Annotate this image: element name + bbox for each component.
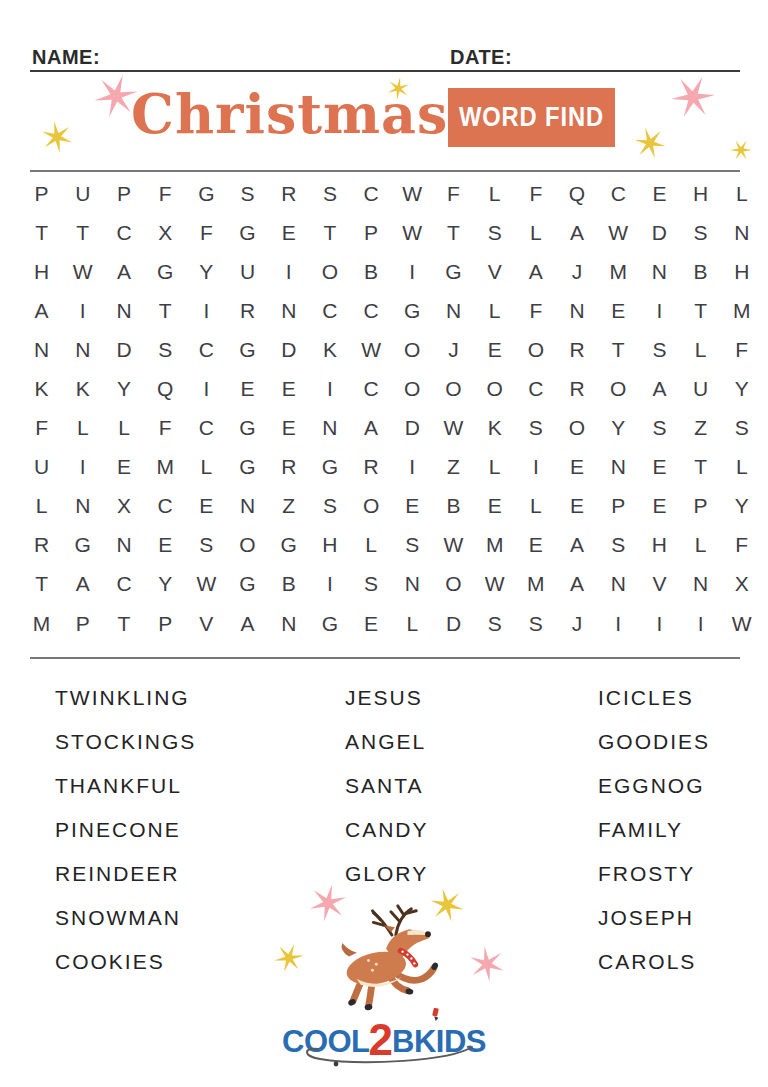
grid-cell[interactable]: L [474, 174, 515, 213]
grid-cell[interactable]: P [680, 487, 721, 526]
grid-cell[interactable]: Y [598, 409, 639, 448]
grid-cell[interactable]: A [351, 409, 392, 448]
grid-cell[interactable]: S [392, 526, 433, 565]
grid-cell[interactable]: I [639, 604, 680, 643]
grid-cell[interactable]: C [515, 369, 556, 408]
grid-cell[interactable]: O [351, 487, 392, 526]
grid-cell[interactable]: L [680, 526, 721, 565]
word-item: REINDEER [55, 852, 196, 896]
grid-cell[interactable]: S [598, 526, 639, 565]
grid-cell[interactable]: P [145, 604, 186, 643]
grid-cell[interactable]: D [103, 330, 144, 369]
grid-cell[interactable]: T [21, 565, 62, 604]
grid-cell[interactable]: L [721, 174, 762, 213]
word-item: CANDY [345, 808, 429, 852]
word-item: ANGEL [345, 720, 429, 764]
grid-cell[interactable]: M [474, 526, 515, 565]
name-date-writing-line [30, 70, 740, 72]
date-label: DATE: [450, 46, 512, 69]
word-find-badge-label: WORD FIND [459, 102, 604, 133]
grid-top-border [30, 170, 740, 172]
grid-cell[interactable]: L [515, 213, 556, 252]
grid-cell[interactable]: S [721, 409, 762, 448]
grid-cell[interactable]: D [639, 213, 680, 252]
grid-cell[interactable]: T [62, 213, 103, 252]
word-item: STOCKINGS [55, 720, 196, 764]
grid-cell[interactable]: H [721, 252, 762, 291]
grid-cell[interactable]: J [433, 330, 474, 369]
grid-cell[interactable]: A [639, 369, 680, 408]
grid-cell[interactable]: F [145, 174, 186, 213]
word-item: JOSEPH [598, 896, 710, 940]
grid-cell[interactable]: T [680, 448, 721, 487]
grid-cell[interactable]: S [309, 174, 350, 213]
grid-cell[interactable]: D [392, 409, 433, 448]
grid-cell[interactable]: S [351, 565, 392, 604]
grid-cell[interactable]: G [433, 252, 474, 291]
grid-cell[interactable]: C [309, 291, 350, 330]
grid-cell[interactable]: L [680, 330, 721, 369]
grid-cell[interactable]: M [515, 565, 556, 604]
grid-cell[interactable]: W [186, 565, 227, 604]
word-item: GOODIES [598, 720, 710, 764]
grid-cell[interactable]: P [351, 213, 392, 252]
grid-cell[interactable]: A [62, 565, 103, 604]
grid-cell[interactable]: I [268, 252, 309, 291]
grid-cell[interactable]: C [103, 565, 144, 604]
grid-cell[interactable]: F [21, 409, 62, 448]
grid-cell[interactable]: N [392, 565, 433, 604]
grid-cell[interactable]: S [474, 604, 515, 643]
grid-cell[interactable]: V [186, 604, 227, 643]
grid-cell[interactable]: I [639, 291, 680, 330]
grid-cell[interactable]: A [103, 252, 144, 291]
grid-cell[interactable]: M [598, 252, 639, 291]
grid-cell[interactable]: E [639, 174, 680, 213]
grid-cell[interactable]: N [62, 330, 103, 369]
grid-cell[interactable]: U [227, 252, 268, 291]
grid-cell[interactable]: O [392, 330, 433, 369]
grid-cell[interactable]: I [309, 565, 350, 604]
grid-cell[interactable]: I [680, 604, 721, 643]
grid-cell[interactable]: L [474, 448, 515, 487]
grid-cell[interactable]: O [309, 252, 350, 291]
grid-cell[interactable]: V [639, 565, 680, 604]
grid-cell[interactable]: E [268, 409, 309, 448]
reindeer-tail [342, 943, 357, 957]
grid-cell[interactable]: Y [721, 369, 762, 408]
sparkle-star-icon [730, 139, 752, 161]
reindeer-illustration [328, 902, 448, 1014]
grid-cell[interactable]: H [309, 526, 350, 565]
grid-cell[interactable]: C [351, 291, 392, 330]
word-item: SNOWMAN [55, 896, 196, 940]
grid-cell[interactable]: X [721, 565, 762, 604]
word-item: COOKIES [55, 940, 196, 984]
grid-cell[interactable]: B [351, 252, 392, 291]
grid-cell[interactable]: E [268, 213, 309, 252]
grid-cell[interactable]: N [21, 330, 62, 369]
word-item: ICICLES [598, 676, 710, 720]
grid-cell[interactable]: G [227, 448, 268, 487]
grid-cell[interactable]: A [227, 604, 268, 643]
grid-cell[interactable]: B [680, 252, 721, 291]
grid-cell[interactable]: M [721, 291, 762, 330]
grid-cell[interactable]: Y [721, 487, 762, 526]
grid-cell[interactable]: I [598, 604, 639, 643]
word-find-badge: WORD FIND [448, 88, 615, 147]
grid-cell[interactable]: A [556, 565, 597, 604]
grid-cell[interactable]: C [351, 174, 392, 213]
grid-cell[interactable]: F [515, 291, 556, 330]
grid-cell[interactable]: K [474, 409, 515, 448]
grid-cell[interactable]: Q [145, 369, 186, 408]
grid-cell[interactable]: G [227, 409, 268, 448]
grid-cell[interactable]: I [186, 369, 227, 408]
grid-cell[interactable]: N [62, 487, 103, 526]
grid-cell[interactable]: W [392, 213, 433, 252]
grid-cell[interactable]: Y [186, 252, 227, 291]
grid-cell[interactable]: E [227, 369, 268, 408]
grid-cell[interactable]: S [515, 409, 556, 448]
grid-cell[interactable]: R [351, 448, 392, 487]
grid-cell[interactable]: W [598, 213, 639, 252]
grid-cell[interactable]: N [103, 526, 144, 565]
grid-cell[interactable]: E [268, 369, 309, 408]
grid-cell[interactable]: I [309, 369, 350, 408]
word-list-column-2: JESUSANGELSANTACANDYGLORY [345, 676, 429, 896]
word-item: GLORY [345, 852, 429, 896]
word-item: FROSTY [598, 852, 710, 896]
grid-cell[interactable]: S [227, 174, 268, 213]
grid-cell[interactable]: E [639, 487, 680, 526]
word-item: JESUS [345, 676, 429, 720]
grid-cell[interactable]: H [680, 174, 721, 213]
grid-cell[interactable]: C [598, 174, 639, 213]
grid-cell[interactable]: G [145, 252, 186, 291]
grid-cell[interactable]: O [433, 565, 474, 604]
grid-cell[interactable]: N [227, 487, 268, 526]
grid-cell[interactable]: O [392, 369, 433, 408]
grid-cell[interactable]: E [474, 487, 515, 526]
grid-cell[interactable]: W [433, 526, 474, 565]
grid-cell[interactable]: W [474, 565, 515, 604]
grid-cell[interactable]: N [680, 565, 721, 604]
word-item: SANTA [345, 764, 429, 808]
word-item: THANKFUL [55, 764, 196, 808]
grid-cell[interactable]: K [62, 369, 103, 408]
grid-cell[interactable]: M [21, 604, 62, 643]
grid-cell[interactable]: I [392, 252, 433, 291]
grid-cell[interactable]: G [268, 526, 309, 565]
grid-cell[interactable]: O [598, 369, 639, 408]
grid-cell[interactable]: G [62, 526, 103, 565]
grid-cell[interactable]: N [556, 291, 597, 330]
sparkle-star-icon [387, 77, 410, 100]
grid-cell[interactable]: T [680, 291, 721, 330]
grid-cell[interactable]: S [145, 330, 186, 369]
grid-cell[interactable]: T [103, 604, 144, 643]
grid-cell[interactable]: L [103, 409, 144, 448]
grid-cell[interactable]: C [186, 330, 227, 369]
word-item: EGGNOG [598, 764, 710, 808]
grid-cell[interactable]: S [186, 526, 227, 565]
grid-cell[interactable]: J [556, 252, 597, 291]
grid-cell[interactable]: C [103, 213, 144, 252]
grid-cell[interactable]: T [145, 291, 186, 330]
grid-cell[interactable]: G [227, 213, 268, 252]
grid-cell[interactable]: S [680, 213, 721, 252]
grid-cell[interactable]: L [186, 448, 227, 487]
grid-cell[interactable]: U [680, 369, 721, 408]
grid-cell[interactable]: F [186, 213, 227, 252]
grid-cell[interactable]: F [721, 526, 762, 565]
sparkle-star-icon [469, 946, 505, 982]
grid-cell[interactable]: N [598, 565, 639, 604]
grid-cell[interactable]: R [268, 448, 309, 487]
grid-cell[interactable]: T [433, 213, 474, 252]
grid-cell[interactable]: O [227, 526, 268, 565]
grid-cell[interactable]: P [598, 487, 639, 526]
grid-cell[interactable]: S [515, 604, 556, 643]
grid-cell[interactable]: A [21, 291, 62, 330]
grid-cell[interactable]: D [268, 330, 309, 369]
grid-cell[interactable]: I [62, 448, 103, 487]
worksheet-page: NAME: DATE: Christmas WORD FIND PUPFGSRS… [0, 0, 768, 1087]
grid-cell[interactable]: L [474, 291, 515, 330]
grid-cell[interactable]: E [639, 448, 680, 487]
grid-cell[interactable]: N [433, 291, 474, 330]
grid-cell[interactable]: A [556, 526, 597, 565]
sparkle-star-icon [41, 121, 73, 153]
grid-cell[interactable]: F [145, 409, 186, 448]
grid-cell[interactable]: N [309, 409, 350, 448]
grid-cell[interactable]: V [474, 252, 515, 291]
logo-pencil-icon [429, 1008, 441, 1022]
grid-cell[interactable]: X [103, 487, 144, 526]
grid-cell[interactable]: M [145, 448, 186, 487]
grid-cell[interactable]: H [21, 252, 62, 291]
word-list-column-1: TWINKLINGSTOCKINGSTHANKFULPINECONEREINDE… [55, 676, 196, 984]
word-list-column-3: ICICLESGOODIESEGGNOGFAMILYFROSTYJOSEPHCA… [598, 676, 710, 984]
grid-cell[interactable]: R [556, 369, 597, 408]
grid-cell[interactable]: L [515, 487, 556, 526]
grid-cell[interactable]: Y [103, 369, 144, 408]
logo-swoosh-underline [292, 1044, 478, 1068]
grid-cell[interactable]: R [227, 291, 268, 330]
word-grid: PUPFGSRSCWFLFQCEHLTTCXFGETPWTSLAWDSNHWAG… [21, 174, 762, 643]
grid-cell[interactable]: N [103, 291, 144, 330]
grid-cell[interactable]: G [392, 291, 433, 330]
grid-cell[interactable]: S [639, 330, 680, 369]
grid-cell[interactable]: E [392, 487, 433, 526]
grid-cell[interactable]: L [351, 526, 392, 565]
grid-cell[interactable]: O [515, 330, 556, 369]
grid-cell[interactable]: R [268, 174, 309, 213]
grid-cell[interactable]: A [556, 213, 597, 252]
grid-cell[interactable]: K [21, 369, 62, 408]
grid-cell[interactable]: H [639, 526, 680, 565]
grid-cell[interactable]: T [598, 330, 639, 369]
sparkle-star-icon [634, 127, 666, 159]
grid-cell[interactable]: T [309, 213, 350, 252]
grid-cell[interactable]: J [556, 604, 597, 643]
grid-cell[interactable]: G [309, 448, 350, 487]
grid-cell[interactable]: C [186, 409, 227, 448]
grid-cell[interactable]: S [474, 213, 515, 252]
grid-cell[interactable]: C [351, 369, 392, 408]
grid-cell[interactable]: B [268, 565, 309, 604]
grid-cell[interactable]: R [21, 526, 62, 565]
grid-cell[interactable]: G [227, 565, 268, 604]
grid-cell[interactable]: Q [556, 174, 597, 213]
grid-cell[interactable]: K [309, 330, 350, 369]
grid-cell[interactable]: Z [433, 448, 474, 487]
grid-cell[interactable]: E [103, 448, 144, 487]
grid-cell[interactable]: N [268, 604, 309, 643]
grid-cell[interactable]: W [62, 252, 103, 291]
grid-cell[interactable]: G [309, 604, 350, 643]
grid-cell[interactable]: X [145, 213, 186, 252]
grid-cell[interactable]: D [433, 604, 474, 643]
grid-cell[interactable]: P [103, 174, 144, 213]
grid-cell[interactable]: U [21, 448, 62, 487]
grid-cell[interactable]: T [21, 213, 62, 252]
grid-cell[interactable]: F [721, 330, 762, 369]
sparkle-star-icon [671, 75, 715, 119]
grid-cell[interactable]: N [639, 252, 680, 291]
grid-cell[interactable]: A [515, 252, 556, 291]
word-item: TWINKLING [55, 676, 196, 720]
grid-cell[interactable]: W [392, 174, 433, 213]
grid-cell[interactable]: U [62, 174, 103, 213]
grid-cell[interactable]: G [227, 330, 268, 369]
grid-cell[interactable]: F [515, 174, 556, 213]
grid-cell[interactable]: P [21, 174, 62, 213]
grid-cell[interactable]: L [721, 448, 762, 487]
grid-cell[interactable]: P [62, 604, 103, 643]
grid-cell[interactable]: N [721, 213, 762, 252]
grid-cell[interactable]: G [186, 174, 227, 213]
grid-cell[interactable]: N [268, 291, 309, 330]
grid-cell[interactable]: S [309, 487, 350, 526]
grid-cell[interactable]: Y [145, 565, 186, 604]
sparkle-star-icon [274, 943, 304, 973]
grid-cell[interactable]: E [186, 487, 227, 526]
grid-cell[interactable]: E [145, 526, 186, 565]
sparkle-star-icon [94, 74, 138, 118]
grid-cell[interactable]: I [186, 291, 227, 330]
word-item: PINECONE [55, 808, 196, 852]
name-label: NAME: [32, 46, 100, 69]
grid-cell[interactable]: I [392, 448, 433, 487]
grid-cell[interactable]: L [62, 409, 103, 448]
grid-cell[interactable]: L [21, 487, 62, 526]
grid-cell[interactable]: C [145, 487, 186, 526]
grid-cell[interactable]: E [598, 291, 639, 330]
grid-cell[interactable]: E [556, 448, 597, 487]
grid-cell[interactable]: I [62, 291, 103, 330]
grid-cell[interactable]: E [474, 330, 515, 369]
grid-cell[interactable]: I [515, 448, 556, 487]
grid-cell[interactable]: L [392, 604, 433, 643]
word-item: FAMILY [598, 808, 710, 852]
grid-cell[interactable]: O [556, 409, 597, 448]
grid-cell[interactable]: B [433, 487, 474, 526]
grid-cell[interactable]: W [433, 409, 474, 448]
grid-cell[interactable]: Z [268, 487, 309, 526]
grid-cell[interactable]: N [598, 448, 639, 487]
word-item: CAROLS [598, 940, 710, 984]
grid-cell[interactable]: E [351, 604, 392, 643]
grid-cell[interactable]: W [721, 604, 762, 643]
grid-cell[interactable]: E [515, 526, 556, 565]
grid-cell[interactable]: E [556, 487, 597, 526]
grid-cell[interactable]: R [556, 330, 597, 369]
grid-cell[interactable]: F [433, 174, 474, 213]
reindeer-nose [425, 931, 431, 937]
grid-cell[interactable]: O [474, 369, 515, 408]
grid-cell[interactable]: S [639, 409, 680, 448]
grid-cell[interactable]: O [433, 369, 474, 408]
grid-bottom-border [30, 657, 740, 659]
grid-cell[interactable]: W [351, 330, 392, 369]
grid-cell[interactable]: Z [680, 409, 721, 448]
